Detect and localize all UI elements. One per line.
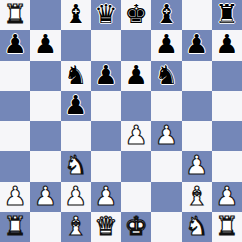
square-h3[interactable] xyxy=(212,151,242,181)
square-c8[interactable]: ♝ xyxy=(61,0,91,30)
square-f1[interactable] xyxy=(151,212,181,242)
black-king-e8[interactable]: ♚ xyxy=(124,1,147,27)
black-pawn-g7[interactable]: ♟ xyxy=(185,31,208,57)
square-f6[interactable]: ♞ xyxy=(151,61,181,91)
square-h4[interactable] xyxy=(212,121,242,151)
square-f2[interactable] xyxy=(151,182,181,212)
white-king-e1[interactable]: ♚ xyxy=(124,213,147,239)
square-e7[interactable] xyxy=(121,30,151,60)
square-b5[interactable] xyxy=(30,91,60,121)
square-b7[interactable]: ♟ xyxy=(30,30,60,60)
square-h1[interactable]: ♜ xyxy=(212,212,242,242)
black-knight-c6[interactable]: ♞ xyxy=(64,62,87,88)
square-h8[interactable]: ♜ xyxy=(212,0,242,30)
square-d5[interactable] xyxy=(91,91,121,121)
square-c3[interactable]: ♞ xyxy=(61,151,91,181)
square-d1[interactable]: ♛ xyxy=(91,212,121,242)
black-pawn-d6[interactable]: ♟ xyxy=(94,62,117,88)
black-pawn-b7[interactable]: ♟ xyxy=(34,31,57,57)
black-bishop-c8[interactable]: ♝ xyxy=(64,1,87,27)
square-d4[interactable] xyxy=(91,121,121,151)
square-f8[interactable]: ♝ xyxy=(151,0,181,30)
square-c5[interactable]: ♟ xyxy=(61,91,91,121)
white-pawn-d2[interactable]: ♟ xyxy=(94,183,117,209)
white-pawn-h2[interactable]: ♟ xyxy=(215,183,238,209)
white-pawn-g3[interactable]: ♟ xyxy=(185,152,208,178)
square-d2[interactable]: ♟ xyxy=(91,182,121,212)
square-g5[interactable] xyxy=(182,91,212,121)
chess-board: ♜♝♛♚♝♜♟♟♟♟♟♞♟♟♞♟♟♟♞♟♟♟♟♟♝♟♜♝♛♚♞♜ xyxy=(0,0,242,242)
square-a7[interactable]: ♟ xyxy=(0,30,30,60)
white-knight-c3[interactable]: ♞ xyxy=(64,152,87,178)
square-a8[interactable]: ♜ xyxy=(0,0,30,30)
square-h7[interactable]: ♟ xyxy=(212,30,242,60)
square-a5[interactable] xyxy=(0,91,30,121)
square-g6[interactable] xyxy=(182,61,212,91)
square-b1[interactable] xyxy=(30,212,60,242)
square-a6[interactable] xyxy=(0,61,30,91)
square-h5[interactable] xyxy=(212,91,242,121)
square-g2[interactable]: ♝ xyxy=(182,182,212,212)
square-d7[interactable] xyxy=(91,30,121,60)
square-f4[interactable]: ♟ xyxy=(151,121,181,151)
chess-board-container: ♜♝♛♚♝♜♟♟♟♟♟♞♟♟♞♟♟♟♞♟♟♟♟♟♝♟♜♝♛♚♞♜ xyxy=(0,0,242,242)
square-c1[interactable]: ♝ xyxy=(61,212,91,242)
square-g1[interactable]: ♞ xyxy=(182,212,212,242)
white-bishop-g2[interactable]: ♝ xyxy=(185,183,208,209)
white-rook-h1[interactable]: ♜ xyxy=(215,213,238,239)
square-a3[interactable] xyxy=(0,151,30,181)
white-pawn-e4[interactable]: ♟ xyxy=(124,122,147,148)
square-d3[interactable] xyxy=(91,151,121,181)
square-f7[interactable]: ♟ xyxy=(151,30,181,60)
black-queen-d8[interactable]: ♛ xyxy=(94,1,117,27)
square-h6[interactable] xyxy=(212,61,242,91)
square-f5[interactable] xyxy=(151,91,181,121)
square-e8[interactable]: ♚ xyxy=(121,0,151,30)
black-pawn-h7[interactable]: ♟ xyxy=(215,31,238,57)
square-c6[interactable]: ♞ xyxy=(61,61,91,91)
white-pawn-f4[interactable]: ♟ xyxy=(155,122,178,148)
white-pawn-a2[interactable]: ♟ xyxy=(3,183,26,209)
black-bishop-f8[interactable]: ♝ xyxy=(155,1,178,27)
square-e4[interactable]: ♟ xyxy=(121,121,151,151)
square-c4[interactable] xyxy=(61,121,91,151)
square-e5[interactable] xyxy=(121,91,151,121)
square-h2[interactable]: ♟ xyxy=(212,182,242,212)
black-rook-h8[interactable]: ♜ xyxy=(215,1,238,27)
square-e6[interactable]: ♟ xyxy=(121,61,151,91)
square-a4[interactable] xyxy=(0,121,30,151)
square-g8[interactable] xyxy=(182,0,212,30)
white-knight-g1[interactable]: ♞ xyxy=(185,213,208,239)
white-rook-a8[interactable]: ♜ xyxy=(3,1,26,27)
square-c7[interactable] xyxy=(61,30,91,60)
square-b2[interactable]: ♟ xyxy=(30,182,60,212)
square-b4[interactable] xyxy=(30,121,60,151)
white-queen-d1[interactable]: ♛ xyxy=(94,213,117,239)
white-pawn-b2[interactable]: ♟ xyxy=(34,183,57,209)
square-g4[interactable] xyxy=(182,121,212,151)
square-e2[interactable] xyxy=(121,182,151,212)
black-knight-f6[interactable]: ♞ xyxy=(155,62,178,88)
black-pawn-c5[interactable]: ♟ xyxy=(64,92,87,118)
black-pawn-a7[interactable]: ♟ xyxy=(3,31,26,57)
white-pawn-c2[interactable]: ♟ xyxy=(64,183,87,209)
square-e3[interactable] xyxy=(121,151,151,181)
square-b8[interactable] xyxy=(30,0,60,30)
square-d8[interactable]: ♛ xyxy=(91,0,121,30)
square-d6[interactable]: ♟ xyxy=(91,61,121,91)
square-a2[interactable]: ♟ xyxy=(0,182,30,212)
square-b3[interactable] xyxy=(30,151,60,181)
square-g7[interactable]: ♟ xyxy=(182,30,212,60)
black-pawn-f7[interactable]: ♟ xyxy=(155,31,178,57)
square-e1[interactable]: ♚ xyxy=(121,212,151,242)
black-pawn-e6[interactable]: ♟ xyxy=(124,62,147,88)
square-c2[interactable]: ♟ xyxy=(61,182,91,212)
square-g3[interactable]: ♟ xyxy=(182,151,212,181)
white-rook-a1[interactable]: ♜ xyxy=(3,213,26,239)
square-b6[interactable] xyxy=(30,61,60,91)
white-bishop-c1[interactable]: ♝ xyxy=(64,213,87,239)
square-a1[interactable]: ♜ xyxy=(0,212,30,242)
square-f3[interactable] xyxy=(151,151,181,181)
